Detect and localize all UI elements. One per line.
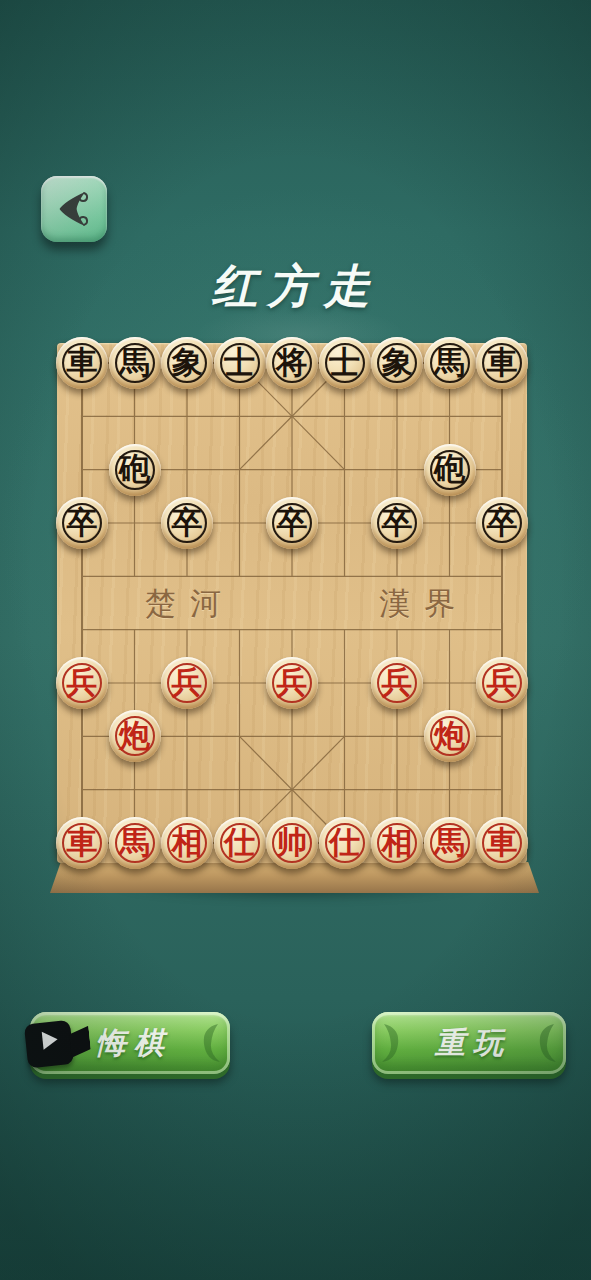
piece-glyph: 兵 [487, 667, 518, 698]
piece-glyph: 砲 [119, 453, 150, 484]
piece-glyph: 象 [172, 347, 203, 378]
piece-black-車[interactable]: 車 [56, 337, 108, 389]
piece-red-馬[interactable]: 馬 [424, 817, 476, 869]
piece-red-車[interactable]: 車 [56, 817, 108, 869]
piece-red-兵[interactable]: 兵 [476, 657, 528, 709]
piece-red-兵[interactable]: 兵 [161, 657, 213, 709]
piece-glyph: 卒 [172, 507, 203, 538]
piece-glyph: 車 [67, 827, 98, 858]
piece-glyph: 車 [487, 827, 518, 858]
piece-red-炮[interactable]: 炮 [109, 710, 161, 762]
piece-glyph: 象 [382, 347, 413, 378]
piece-black-士[interactable]: 士 [214, 337, 266, 389]
piece-red-仕[interactable]: 仕 [214, 817, 266, 869]
piece-black-卒[interactable]: 卒 [371, 497, 423, 549]
replay-button[interactable]: 重玩 [372, 1012, 566, 1074]
undo-button-label: 悔棋 [88, 1023, 172, 1064]
piece-glyph: 兵 [382, 667, 413, 698]
back-arrow-icon [51, 186, 97, 232]
piece-glyph: 卒 [67, 507, 98, 538]
button-corner-ornament [192, 1018, 226, 1068]
piece-red-兵[interactable]: 兵 [56, 657, 108, 709]
piece-glyph: 兵 [67, 667, 98, 698]
piece-black-卒[interactable]: 卒 [266, 497, 318, 549]
piece-black-士[interactable]: 士 [319, 337, 371, 389]
piece-red-仕[interactable]: 仕 [319, 817, 371, 869]
piece-red-馬[interactable]: 馬 [109, 817, 161, 869]
piece-glyph: 炮 [434, 720, 465, 751]
river-label-right: 漢界 [379, 583, 469, 625]
button-corner-ornament [376, 1018, 410, 1068]
piece-black-馬[interactable]: 馬 [424, 337, 476, 389]
button-corner-ornament [528, 1018, 562, 1068]
turn-indicator: 红方走 [0, 256, 591, 318]
piece-glyph: 馬 [434, 827, 465, 858]
piece-glyph: 砲 [434, 453, 465, 484]
river-label-left: 楚河 [145, 583, 235, 625]
piece-black-卒[interactable]: 卒 [161, 497, 213, 549]
piece-black-卒[interactable]: 卒 [476, 497, 528, 549]
piece-glyph: 相 [172, 827, 203, 858]
piece-glyph: 卒 [382, 507, 413, 538]
piece-glyph: 馬 [434, 347, 465, 378]
undo-move-button[interactable]: 悔棋 [30, 1012, 230, 1074]
piece-glyph: 将 [277, 347, 308, 378]
piece-glyph: 士 [329, 347, 360, 378]
piece-black-車[interactable]: 車 [476, 337, 528, 389]
piece-glyph: 仕 [329, 827, 360, 858]
piece-black-象[interactable]: 象 [161, 337, 213, 389]
piece-glyph: 帅 [277, 827, 308, 858]
piece-glyph: 車 [67, 347, 98, 378]
piece-red-兵[interactable]: 兵 [371, 657, 423, 709]
piece-red-帅[interactable]: 帅 [266, 817, 318, 869]
piece-glyph: 卒 [487, 507, 518, 538]
piece-glyph: 卒 [277, 507, 308, 538]
piece-black-砲[interactable]: 砲 [109, 444, 161, 496]
piece-glyph: 相 [382, 827, 413, 858]
piece-red-炮[interactable]: 炮 [424, 710, 476, 762]
piece-glyph: 炮 [119, 720, 150, 751]
piece-red-兵[interactable]: 兵 [266, 657, 318, 709]
piece-red-車[interactable]: 車 [476, 817, 528, 869]
piece-glyph: 仕 [224, 827, 255, 858]
piece-black-卒[interactable]: 卒 [56, 497, 108, 549]
piece-glyph: 馬 [119, 827, 150, 858]
piece-glyph: 士 [224, 347, 255, 378]
piece-glyph: 兵 [172, 667, 203, 698]
piece-glyph: 兵 [277, 667, 308, 698]
video-camera-icon [23, 1013, 94, 1074]
piece-glyph: 馬 [119, 347, 150, 378]
piece-black-象[interactable]: 象 [371, 337, 423, 389]
piece-red-相[interactable]: 相 [371, 817, 423, 869]
piece-black-馬[interactable]: 馬 [109, 337, 161, 389]
piece-red-相[interactable]: 相 [161, 817, 213, 869]
replay-button-label: 重玩 [427, 1023, 511, 1064]
piece-black-砲[interactable]: 砲 [424, 444, 476, 496]
piece-glyph: 車 [487, 347, 518, 378]
piece-black-将[interactable]: 将 [266, 337, 318, 389]
xiangqi-board[interactable]: 楚河 漢界 車馬象士将士象馬車砲砲卒卒卒卒卒兵兵兵兵兵炮炮車馬相仕帅仕相馬車 [57, 343, 527, 863]
back-button[interactable] [41, 176, 107, 242]
